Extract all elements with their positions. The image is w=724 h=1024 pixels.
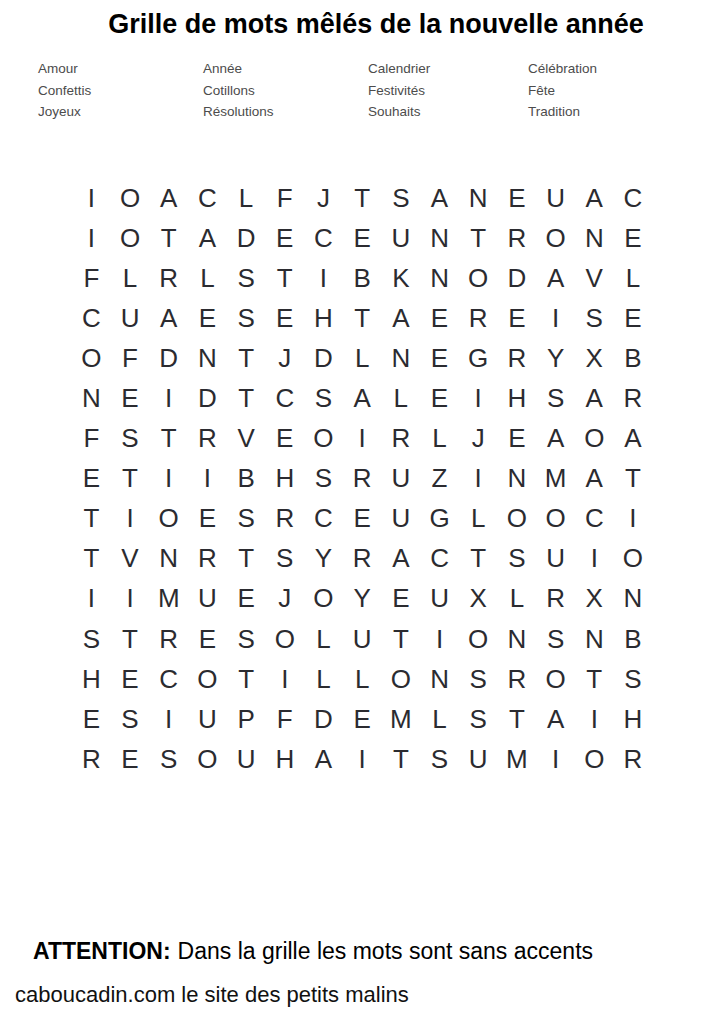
grid-cell-r9c1[interactable]: T	[72, 499, 111, 539]
word-list-item: Résolutions	[203, 101, 368, 123]
grid-cell-r14c15[interactable]: H	[614, 699, 653, 739]
grid-cell-r10c6[interactable]: S	[265, 539, 304, 579]
grid-cell-r5c6[interactable]: J	[265, 338, 304, 378]
grid-cell-r14c13[interactable]: A	[536, 699, 575, 739]
grid-cell-r3c11[interactable]: O	[459, 258, 498, 298]
grid-cell-r1c13[interactable]: U	[536, 178, 575, 218]
grid-cell-r14c11[interactable]: S	[459, 699, 498, 739]
grid-cell-r11c5[interactable]: E	[227, 579, 266, 619]
grid-cell-r7c9[interactable]: R	[382, 419, 421, 459]
word-list: AmourConfettisJoyeuxAnnéeCotillonsRésolu…	[38, 58, 597, 123]
grid-cell-r6c7[interactable]: S	[304, 378, 343, 418]
word-list-column-2: AnnéeCotillonsRésolutions	[203, 58, 368, 123]
grid-cell-r13c5[interactable]: T	[227, 659, 266, 699]
grid-cell-r1c5[interactable]: L	[227, 178, 266, 218]
grid-cell-r14c9[interactable]: M	[382, 699, 421, 739]
grid-cell-r1c11[interactable]: N	[459, 178, 498, 218]
grid-cell-r9c4[interactable]: E	[188, 499, 227, 539]
grid-cell-r1c4[interactable]: C	[188, 178, 227, 218]
grid-cell-r14c14[interactable]: I	[575, 699, 614, 739]
grid-cell-r3c8[interactable]: B	[343, 258, 382, 298]
page-title: Grille de mots mêlés de la nouvelle anné…	[0, 9, 724, 40]
grid-cell-r2c14[interactable]: N	[575, 218, 614, 258]
grid-cell-r7c12[interactable]: E	[498, 419, 537, 459]
word-list-item: Tradition	[528, 101, 597, 123]
grid-cell-r3c6[interactable]: T	[265, 258, 304, 298]
grid-cell-r9c3[interactable]: O	[149, 499, 188, 539]
grid-cell-r3c5[interactable]: S	[227, 258, 266, 298]
grid-cell-r11c8[interactable]: Y	[343, 579, 382, 619]
grid-cell-r2c2[interactable]: O	[111, 218, 150, 258]
grid-cell-r4c6[interactable]: E	[265, 298, 304, 338]
grid-cell-r3c9[interactable]: K	[382, 258, 421, 298]
grid-cell-r12c3[interactable]: R	[149, 619, 188, 659]
grid-cell-r2c1[interactable]: I	[72, 218, 111, 258]
grid-cell-r15c9[interactable]: T	[382, 739, 421, 779]
grid-cell-r2c13[interactable]: O	[536, 218, 575, 258]
grid-cell-r15c10[interactable]: S	[420, 739, 459, 779]
grid-cell-r4c8[interactable]: T	[343, 298, 382, 338]
grid-cell-r13c10[interactable]: N	[420, 659, 459, 699]
grid-cell-r7c1[interactable]: F	[72, 419, 111, 459]
grid-cell-r11c11[interactable]: X	[459, 579, 498, 619]
grid-cell-r14c2[interactable]: S	[111, 699, 150, 739]
grid-cell-r15c7[interactable]: A	[304, 739, 343, 779]
grid-cell-r6c4[interactable]: D	[188, 378, 227, 418]
grid-cell-r10c12[interactable]: S	[498, 539, 537, 579]
grid-cell-r10c13[interactable]: U	[536, 539, 575, 579]
grid-cell-r10c11[interactable]: T	[459, 539, 498, 579]
grid-cell-r5c12[interactable]: R	[498, 338, 537, 378]
grid-cell-r11c6[interactable]: J	[265, 579, 304, 619]
grid-cell-r9c14[interactable]: C	[575, 499, 614, 539]
grid-cell-r4c13[interactable]: I	[536, 298, 575, 338]
grid-cell-r2c8[interactable]: E	[343, 218, 382, 258]
grid-cell-r3c13[interactable]: A	[536, 258, 575, 298]
grid-cell-r10c5[interactable]: T	[227, 539, 266, 579]
word-list-item: Souhaits	[368, 101, 528, 123]
grid-cell-r7c10[interactable]: L	[420, 419, 459, 459]
grid-cell-r15c13[interactable]: I	[536, 739, 575, 779]
grid-cell-r15c12[interactable]: M	[498, 739, 537, 779]
grid-cell-r6c1[interactable]: N	[72, 378, 111, 418]
grid-cell-r12c4[interactable]: E	[188, 619, 227, 659]
grid-cell-r5c4[interactable]: N	[188, 338, 227, 378]
grid-cell-r11c14[interactable]: X	[575, 579, 614, 619]
grid-cell-r8c7[interactable]: S	[304, 459, 343, 499]
grid-cell-r3c15[interactable]: L	[614, 258, 653, 298]
grid-cell-r14c5[interactable]: P	[227, 699, 266, 739]
grid-cell-r10c4[interactable]: R	[188, 539, 227, 579]
grid-cell-r8c2[interactable]: T	[111, 459, 150, 499]
grid-cell-r13c14[interactable]: T	[575, 659, 614, 699]
grid-cell-r6c13[interactable]: S	[536, 378, 575, 418]
grid-cell-r12c14[interactable]: N	[575, 619, 614, 659]
grid-cell-r6c14[interactable]: A	[575, 378, 614, 418]
grid-cell-r2c3[interactable]: T	[149, 218, 188, 258]
grid-cell-r5c7[interactable]: D	[304, 338, 343, 378]
grid-cell-r2c11[interactable]: T	[459, 218, 498, 258]
grid-cell-r4c9[interactable]: A	[382, 298, 421, 338]
grid-cell-r1c15[interactable]: C	[614, 178, 653, 218]
word-list-column-1: AmourConfettisJoyeux	[38, 58, 203, 123]
grid-cell-r1c7[interactable]: J	[304, 178, 343, 218]
grid-cell-r6c11[interactable]: I	[459, 378, 498, 418]
grid-cell-r1c14[interactable]: A	[575, 178, 614, 218]
grid-cell-r6c10[interactable]: E	[420, 378, 459, 418]
grid-cell-r7c5[interactable]: V	[227, 419, 266, 459]
grid-cell-r9c9[interactable]: U	[382, 499, 421, 539]
grid-cell-r10c8[interactable]: R	[343, 539, 382, 579]
grid-cell-r3c2[interactable]: L	[111, 258, 150, 298]
grid-cell-r14c6[interactable]: F	[265, 699, 304, 739]
grid-cell-r11c10[interactable]: U	[420, 579, 459, 619]
grid-cell-r5c3[interactable]: D	[149, 338, 188, 378]
grid-cell-r13c3[interactable]: C	[149, 659, 188, 699]
grid-cell-r6c6[interactable]: C	[265, 378, 304, 418]
grid-cell-r4c11[interactable]: R	[459, 298, 498, 338]
grid-cell-r15c14[interactable]: O	[575, 739, 614, 779]
grid-cell-r8c3[interactable]: I	[149, 459, 188, 499]
grid-cell-r14c12[interactable]: T	[498, 699, 537, 739]
grid-cell-r3c4[interactable]: L	[188, 258, 227, 298]
grid-cell-r3c1[interactable]: F	[72, 258, 111, 298]
grid-cell-r11c3[interactable]: M	[149, 579, 188, 619]
grid-cell-r2c6[interactable]: E	[265, 218, 304, 258]
grid-cell-r8c4[interactable]: I	[188, 459, 227, 499]
grid-cell-r8c10[interactable]: Z	[420, 459, 459, 499]
grid-cell-r13c13[interactable]: O	[536, 659, 575, 699]
grid-cell-r8c8[interactable]: R	[343, 459, 382, 499]
grid-cell-r1c8[interactable]: T	[343, 178, 382, 218]
grid-cell-r11c9[interactable]: E	[382, 579, 421, 619]
grid-cell-r12c2[interactable]: T	[111, 619, 150, 659]
grid-cell-r9c6[interactable]: R	[265, 499, 304, 539]
grid-cell-r15c1[interactable]: R	[72, 739, 111, 779]
grid-cell-r12c5[interactable]: S	[227, 619, 266, 659]
grid-cell-r4c1[interactable]: C	[72, 298, 111, 338]
grid-cell-r2c9[interactable]: U	[382, 218, 421, 258]
grid-cell-r9c13[interactable]: O	[536, 499, 575, 539]
word-list-item: Calendrier	[368, 58, 528, 80]
grid-cell-r7c2[interactable]: S	[111, 419, 150, 459]
grid-cell-r14c10[interactable]: L	[420, 699, 459, 739]
grid-cell-r1c3[interactable]: A	[149, 178, 188, 218]
word-list-item: Cotillons	[203, 80, 368, 102]
grid-cell-r3c10[interactable]: N	[420, 258, 459, 298]
grid-cell-r8c9[interactable]: U	[382, 459, 421, 499]
grid-cell-r11c15[interactable]: N	[614, 579, 653, 619]
grid-cell-r7c14[interactable]: O	[575, 419, 614, 459]
grid-cell-r8c5[interactable]: B	[227, 459, 266, 499]
grid-cell-r12c6[interactable]: O	[265, 619, 304, 659]
grid-cell-r3c12[interactable]: D	[498, 258, 537, 298]
grid-cell-r10c15[interactable]: O	[614, 539, 653, 579]
grid-cell-r15c5[interactable]: U	[227, 739, 266, 779]
grid-cell-r2c12[interactable]: R	[498, 218, 537, 258]
grid-cell-r10c10[interactable]: C	[420, 539, 459, 579]
grid-cell-r5c10[interactable]: E	[420, 338, 459, 378]
grid-cell-r12c13[interactable]: S	[536, 619, 575, 659]
grid-cell-r9c8[interactable]: E	[343, 499, 382, 539]
grid-cell-r4c7[interactable]: H	[304, 298, 343, 338]
grid-cell-r7c6[interactable]: E	[265, 419, 304, 459]
grid-cell-r9c12[interactable]: O	[498, 499, 537, 539]
grid-cell-r4c3[interactable]: A	[149, 298, 188, 338]
grid-cell-r6c2[interactable]: E	[111, 378, 150, 418]
grid-cell-r8c13[interactable]: M	[536, 459, 575, 499]
grid-cell-r12c9[interactable]: T	[382, 619, 421, 659]
grid-cell-r12c11[interactable]: O	[459, 619, 498, 659]
word-list-item: Amour	[38, 58, 203, 80]
grid-cell-r15c15[interactable]: R	[614, 739, 653, 779]
grid-cell-r5c2[interactable]: F	[111, 338, 150, 378]
grid-cell-r14c7[interactable]: D	[304, 699, 343, 739]
word-list-column-3: CalendrierFestivitésSouhaits	[368, 58, 528, 123]
grid-cell-r5c8[interactable]: L	[343, 338, 382, 378]
grid-cell-r6c12[interactable]: H	[498, 378, 537, 418]
grid-cell-r10c9[interactable]: A	[382, 539, 421, 579]
grid-cell-r9c10[interactable]: G	[420, 499, 459, 539]
grid-cell-r2c5[interactable]: D	[227, 218, 266, 258]
grid-cell-r7c7[interactable]: O	[304, 419, 343, 459]
word-list-item: Confettis	[38, 80, 203, 102]
grid-cell-r2c7[interactable]: C	[304, 218, 343, 258]
grid-cell-r13c4[interactable]: O	[188, 659, 227, 699]
grid-cell-r15c3[interactable]: S	[149, 739, 188, 779]
attention-note: ATTENTION:Dans la grille les mots sont s…	[33, 938, 593, 965]
attention-label: ATTENTION:	[33, 938, 171, 964]
grid-cell-r13c8[interactable]: L	[343, 659, 382, 699]
grid-cell-r2c15[interactable]: E	[614, 218, 653, 258]
grid-cell-r13c9[interactable]: O	[382, 659, 421, 699]
grid-cell-r10c2[interactable]: V	[111, 539, 150, 579]
grid-cell-r13c11[interactable]: S	[459, 659, 498, 699]
word-list-item: Fête	[528, 80, 597, 102]
grid-cell-r6c9[interactable]: L	[382, 378, 421, 418]
grid-cell-r7c4[interactable]: R	[188, 419, 227, 459]
grid-cell-r11c12[interactable]: L	[498, 579, 537, 619]
word-list-item: Joyeux	[38, 101, 203, 123]
grid-cell-r14c3[interactable]: I	[149, 699, 188, 739]
grid-cell-r10c1[interactable]: T	[72, 539, 111, 579]
grid-cell-r5c13[interactable]: Y	[536, 338, 575, 378]
footer-credit: caboucadin.com le site des petits malins	[15, 982, 409, 1008]
grid-cell-r3c7[interactable]: I	[304, 258, 343, 298]
grid-cell-r9c15[interactable]: I	[614, 499, 653, 539]
grid-cell-r4c4[interactable]: E	[188, 298, 227, 338]
grid-cell-r13c6[interactable]: I	[265, 659, 304, 699]
grid-cell-r8c15[interactable]: T	[614, 459, 653, 499]
grid-cell-r9c5[interactable]: S	[227, 499, 266, 539]
grid-cell-r12c7[interactable]: L	[304, 619, 343, 659]
grid-cell-r8c1[interactable]: E	[72, 459, 111, 499]
grid-cell-r11c13[interactable]: R	[536, 579, 575, 619]
word-search-grid: IOACLFJTSANEUACIOTADECEUNTRONEFLRLSTIBKN…	[72, 178, 652, 779]
grid-cell-r6c5[interactable]: T	[227, 378, 266, 418]
attention-text: Dans la grille les mots sont sans accent…	[178, 938, 593, 964]
grid-cell-r5c15[interactable]: B	[614, 338, 653, 378]
grid-cell-r15c6[interactable]: H	[265, 739, 304, 779]
grid-cell-r15c2[interactable]: E	[111, 739, 150, 779]
grid-cell-r13c7[interactable]: L	[304, 659, 343, 699]
grid-cell-r4c10[interactable]: E	[420, 298, 459, 338]
grid-cell-r2c4[interactable]: A	[188, 218, 227, 258]
grid-cell-r4c12[interactable]: E	[498, 298, 537, 338]
grid-cell-r5c14[interactable]: X	[575, 338, 614, 378]
grid-cell-r3c14[interactable]: V	[575, 258, 614, 298]
grid-cell-r13c15[interactable]: S	[614, 659, 653, 699]
grid-cell-r11c4[interactable]: U	[188, 579, 227, 619]
grid-cell-r8c6[interactable]: H	[265, 459, 304, 499]
word-list-column-4: CélébrationFêteTradition	[528, 58, 597, 123]
grid-cell-r14c8[interactable]: E	[343, 699, 382, 739]
grid-cell-r7c8[interactable]: I	[343, 419, 382, 459]
grid-cell-r12c1[interactable]: S	[72, 619, 111, 659]
grid-cell-r4c5[interactable]: S	[227, 298, 266, 338]
grid-cell-r9c7[interactable]: C	[304, 499, 343, 539]
grid-cell-r8c14[interactable]: A	[575, 459, 614, 499]
grid-cell-r10c7[interactable]: Y	[304, 539, 343, 579]
grid-cell-r13c2[interactable]: E	[111, 659, 150, 699]
grid-cell-r6c8[interactable]: A	[343, 378, 382, 418]
word-list-item: Année	[203, 58, 368, 80]
grid-cell-r1c10[interactable]: A	[420, 178, 459, 218]
grid-cell-r5c1[interactable]: O	[72, 338, 111, 378]
grid-cell-r6c3[interactable]: I	[149, 378, 188, 418]
grid-cell-r5c11[interactable]: G	[459, 338, 498, 378]
grid-cell-r13c12[interactable]: R	[498, 659, 537, 699]
grid-cell-r11c2[interactable]: I	[111, 579, 150, 619]
grid-cell-r7c15[interactable]: A	[614, 419, 653, 459]
grid-cell-r1c1[interactable]: I	[72, 178, 111, 218]
grid-cell-r3c3[interactable]: R	[149, 258, 188, 298]
grid-cell-r15c8[interactable]: I	[343, 739, 382, 779]
grid-cell-r15c4[interactable]: O	[188, 739, 227, 779]
grid-cell-r12c10[interactable]: I	[420, 619, 459, 659]
grid-cell-r1c12[interactable]: E	[498, 178, 537, 218]
grid-cell-r5c9[interactable]: N	[382, 338, 421, 378]
grid-cell-r11c7[interactable]: O	[304, 579, 343, 619]
grid-cell-r6c15[interactable]: R	[614, 378, 653, 418]
grid-cell-r4c14[interactable]: S	[575, 298, 614, 338]
grid-cell-r9c11[interactable]: L	[459, 499, 498, 539]
grid-cell-r1c9[interactable]: S	[382, 178, 421, 218]
grid-cell-r1c6[interactable]: F	[265, 178, 304, 218]
grid-cell-r14c4[interactable]: U	[188, 699, 227, 739]
grid-cell-r10c14[interactable]: I	[575, 539, 614, 579]
grid-cell-r4c2[interactable]: U	[111, 298, 150, 338]
grid-cell-r10c3[interactable]: N	[149, 539, 188, 579]
grid-cell-r7c13[interactable]: A	[536, 419, 575, 459]
grid-cell-r7c3[interactable]: T	[149, 419, 188, 459]
grid-cell-r4c15[interactable]: E	[614, 298, 653, 338]
word-list-item: Festivités	[368, 80, 528, 102]
grid-cell-r12c12[interactable]: N	[498, 619, 537, 659]
grid-cell-r9c2[interactable]: I	[111, 499, 150, 539]
grid-cell-r8c12[interactable]: N	[498, 459, 537, 499]
grid-cell-r2c10[interactable]: N	[420, 218, 459, 258]
grid-cell-r12c8[interactable]: U	[343, 619, 382, 659]
grid-cell-r1c2[interactable]: O	[111, 178, 150, 218]
grid-cell-r11c1[interactable]: I	[72, 579, 111, 619]
word-list-item: Célébration	[528, 58, 597, 80]
grid-cell-r8c11[interactable]: I	[459, 459, 498, 499]
grid-cell-r12c15[interactable]: B	[614, 619, 653, 659]
grid-cell-r14c1[interactable]: E	[72, 699, 111, 739]
grid-cell-r15c11[interactable]: U	[459, 739, 498, 779]
grid-cell-r13c1[interactable]: H	[72, 659, 111, 699]
grid-cell-r5c5[interactable]: T	[227, 338, 266, 378]
grid-cell-r7c11[interactable]: J	[459, 419, 498, 459]
